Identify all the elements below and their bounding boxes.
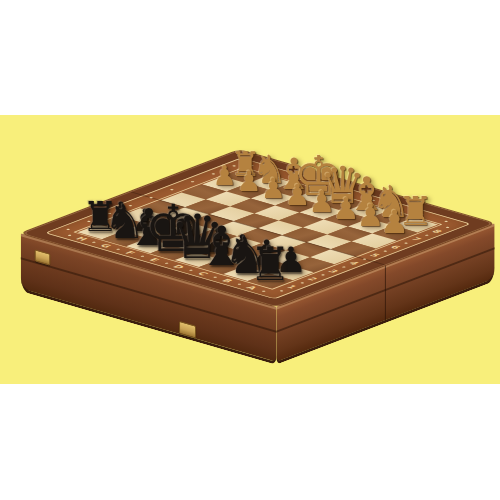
product-photo-stage: A1B2C3D4E5F6G7H8 ♜♞♟♝♟♚♟♛♟♝♟♞♟♟♜♟♟♜♟♟♞♟♝…: [0, 0, 500, 500]
brass-clasp-icon: [179, 321, 196, 339]
fold-seam: [385, 265, 386, 320]
